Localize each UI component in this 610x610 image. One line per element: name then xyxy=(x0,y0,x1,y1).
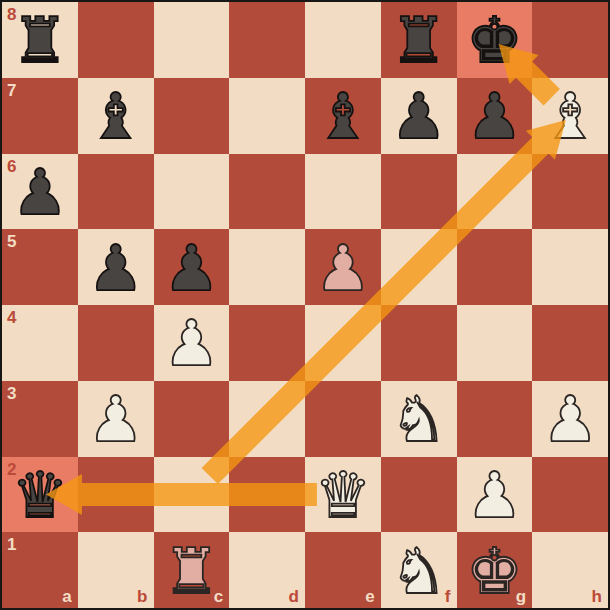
black-bishop-b7[interactable]: ♝ xyxy=(78,79,154,155)
pieces-layer: ♜♜♚♝♝♟♟♝♟♟♟♟♟♟♞♟♛♛♟♜♞♚ xyxy=(2,2,608,608)
white-knight-f3[interactable]: ♞ xyxy=(381,382,457,458)
white-queen-e2[interactable]: ♛ xyxy=(305,458,381,534)
white-pawn-g2[interactable]: ♟ xyxy=(457,458,533,534)
black-pawn-a6[interactable]: ♟ xyxy=(2,155,78,231)
white-king-g1[interactable]: ♚ xyxy=(457,533,533,609)
black-rook-a8[interactable]: ♜ xyxy=(2,3,78,79)
black-pawn-f7[interactable]: ♟ xyxy=(381,79,457,155)
white-pawn-h3[interactable]: ♟ xyxy=(532,382,608,458)
chess-board-frame: 87654321abcdefgh ♜♜♚♝♝♟♟♝♟♟♟♟♟♟♞♟♛♛♟♜♞♚ xyxy=(2,2,608,608)
black-pawn-b5[interactable]: ♟ xyxy=(78,230,154,306)
black-rook-f8[interactable]: ♜ xyxy=(381,3,457,79)
white-pawn-b3[interactable]: ♟ xyxy=(78,382,154,458)
white-bishop-h7[interactable]: ♝ xyxy=(532,79,608,155)
black-pawn-c5[interactable]: ♟ xyxy=(154,230,230,306)
black-king-g8[interactable]: ♚ xyxy=(457,3,533,79)
white-rook-c1[interactable]: ♜ xyxy=(154,533,230,609)
black-pawn-g7[interactable]: ♟ xyxy=(457,79,533,155)
white-pawn-e5[interactable]: ♟ xyxy=(305,230,381,306)
black-queen-a2[interactable]: ♛ xyxy=(2,458,78,534)
white-pawn-c4[interactable]: ♟ xyxy=(154,306,230,382)
black-bishop-e7[interactable]: ♝ xyxy=(305,79,381,155)
white-knight-f1[interactable]: ♞ xyxy=(381,533,457,609)
